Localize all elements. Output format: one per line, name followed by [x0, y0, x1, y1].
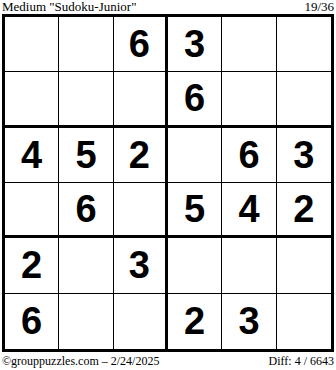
- cell-r4c6[interactable]: 2: [277, 183, 331, 238]
- cell-r6c2[interactable]: [59, 294, 113, 349]
- cell-r2c3[interactable]: [114, 72, 168, 127]
- cell-r2c6[interactable]: [277, 72, 331, 127]
- cell-r1c6[interactable]: [277, 17, 331, 72]
- cell-r1c4[interactable]: 3: [168, 17, 222, 72]
- cell-r6c6[interactable]: [277, 294, 331, 349]
- cell-r3c3[interactable]: 2: [114, 128, 168, 183]
- cell-r1c3[interactable]: 6: [114, 17, 168, 72]
- puzzle-title: Medium "Sudoku-Junior": [2, 0, 136, 13]
- cell-r4c2[interactable]: 6: [59, 183, 113, 238]
- cell-r4c5[interactable]: 4: [222, 183, 276, 238]
- cell-r1c1[interactable]: [5, 17, 59, 72]
- cell-r1c5[interactable]: [222, 17, 276, 72]
- cell-r3c4[interactable]: [168, 128, 222, 183]
- cell-r2c5[interactable]: [222, 72, 276, 127]
- cell-r4c3[interactable]: [114, 183, 168, 238]
- cell-r2c1[interactable]: [5, 72, 59, 127]
- cell-r3c6[interactable]: 3: [277, 128, 331, 183]
- cell-r5c2[interactable]: [59, 238, 113, 293]
- cell-r5c6[interactable]: [277, 238, 331, 293]
- cell-r2c2[interactable]: [59, 72, 113, 127]
- cell-r4c1[interactable]: [5, 183, 59, 238]
- cell-r3c1[interactable]: 4: [5, 128, 59, 183]
- cell-r6c4[interactable]: 2: [168, 294, 222, 349]
- cell-r4c4[interactable]: 5: [168, 183, 222, 238]
- cell-r5c3[interactable]: 3: [114, 238, 168, 293]
- cell-r5c1[interactable]: 2: [5, 238, 59, 293]
- cell-r3c2[interactable]: 5: [59, 128, 113, 183]
- cell-r5c4[interactable]: [168, 238, 222, 293]
- cell-r6c3[interactable]: [114, 294, 168, 349]
- header: Medium "Sudoku-Junior" 19/36: [2, 0, 334, 13]
- copyright-text: ©grouppuzzles.com – 2/24/2025: [2, 354, 159, 368]
- cell-r1c2[interactable]: [59, 17, 113, 72]
- sudoku-board: 63645263654223623: [2, 14, 334, 352]
- difficulty-text: Diff: 4 / 6643: [269, 354, 334, 368]
- cell-r6c5[interactable]: 3: [222, 294, 276, 349]
- cell-r6c1[interactable]: 6: [5, 294, 59, 349]
- cell-r5c5[interactable]: [222, 238, 276, 293]
- given-counter: 19/36: [304, 0, 334, 13]
- cell-r3c5[interactable]: 6: [222, 128, 276, 183]
- cell-r2c4[interactable]: 6: [168, 72, 222, 127]
- footer: ©grouppuzzles.com – 2/24/2025 Diff: 4 / …: [2, 354, 334, 368]
